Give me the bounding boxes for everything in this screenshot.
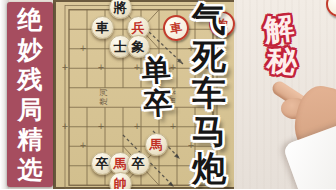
banner-char: 残 [18,67,43,92]
side-banner: 绝 妙 残 局 精 选 [7,2,53,187]
subtitle-char: 单 [138,53,174,88]
stamp-char: 解 [262,12,295,47]
banner-char: 精 [18,127,43,152]
xiangqi-piece-帥: 帥 [109,172,132,189]
banner-char: 妙 [18,37,43,62]
board-cell: 兵 [129,18,147,38]
banner-char: 绝 [18,7,43,32]
title-char: 马 [185,113,233,150]
title-char: 气 [185,1,233,38]
board-cell: 卒 [129,154,147,174]
banner-char: 选 [18,157,43,182]
xiangqi-piece-將: 將 [109,0,132,19]
xiangqi-piece-車: 車 [91,16,114,39]
video-thumbnail[interactable]: 楚河 漢界 ++++++++++++++ 將車兵士象馬卒馬卒帥 单 卒 气 死 … [0,0,336,189]
xiangqi-piece-馬: 馬 [145,133,168,156]
title-char: 死 [185,38,233,75]
title-char: 车 [185,75,233,112]
stamp-label: 解 秘 [252,13,306,77]
banner-char: 局 [18,97,43,122]
subtitle-char: 卒 [140,86,176,121]
board-cell: 將 [111,0,129,18]
stamp-char: 秘 [266,44,299,78]
board-cell: 象 [129,37,147,57]
xiangqi-piece-卒: 卒 [127,152,150,175]
title-column: 气 死 车 马 炮 [185,1,233,187]
subtitle-column: 单 卒 [138,53,175,121]
board-cell: 車 [93,18,111,38]
title-char: 炮 [185,150,233,187]
board-cell: 帥 [111,174,129,190]
board-cell: 馬 [147,135,165,155]
